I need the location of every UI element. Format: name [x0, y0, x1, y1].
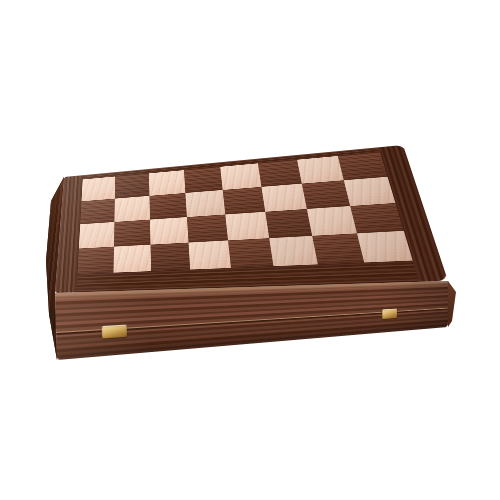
case-top-face	[55, 145, 448, 293]
board-square-r2c2	[114, 196, 150, 222]
board-square-r2c7	[302, 180, 350, 209]
product-photo-scene	[0, 0, 500, 500]
board-square-r3c7	[307, 206, 357, 236]
board-square-r1c2	[115, 173, 150, 198]
board-square-r4c7	[312, 233, 364, 264]
brass-clasp-right	[382, 309, 397, 319]
board-square-r3c8	[350, 203, 404, 233]
board-square-r3c3	[150, 217, 189, 245]
board-square-r4c6	[269, 236, 318, 266]
board-square-r4c3	[151, 243, 191, 272]
board-square-r4c4	[188, 240, 230, 269]
brass-clasp-left	[102, 325, 127, 339]
board-square-r2c3	[149, 193, 186, 220]
board-square-r1c5	[220, 163, 261, 190]
board-square-r1c3	[149, 170, 185, 196]
board-square-r4c8	[357, 231, 413, 263]
board-square-r1c8	[338, 152, 388, 180]
board-square-r3c6	[265, 209, 312, 238]
case-front-side	[55, 281, 448, 360]
board-square-r1c6	[258, 160, 302, 187]
board-square-r3c4	[187, 215, 228, 243]
board-square-r2c6	[261, 184, 306, 212]
board-square-r1c7	[297, 156, 344, 184]
board-square-r3c1	[79, 222, 115, 249]
board-square-r4c2	[114, 245, 152, 273]
board-square-r2c1	[80, 199, 115, 225]
board-square-r3c2	[114, 220, 151, 247]
board-square-r2c8	[344, 177, 396, 206]
board-square-r1c1	[81, 176, 115, 201]
board-square-r2c4	[185, 190, 225, 217]
board-square-r4c5	[228, 238, 273, 268]
board-square-r1c4	[184, 167, 223, 193]
board-square-r3c5	[225, 212, 269, 241]
board-square-r2c5	[223, 187, 266, 215]
board-square-r4c1	[77, 247, 114, 274]
